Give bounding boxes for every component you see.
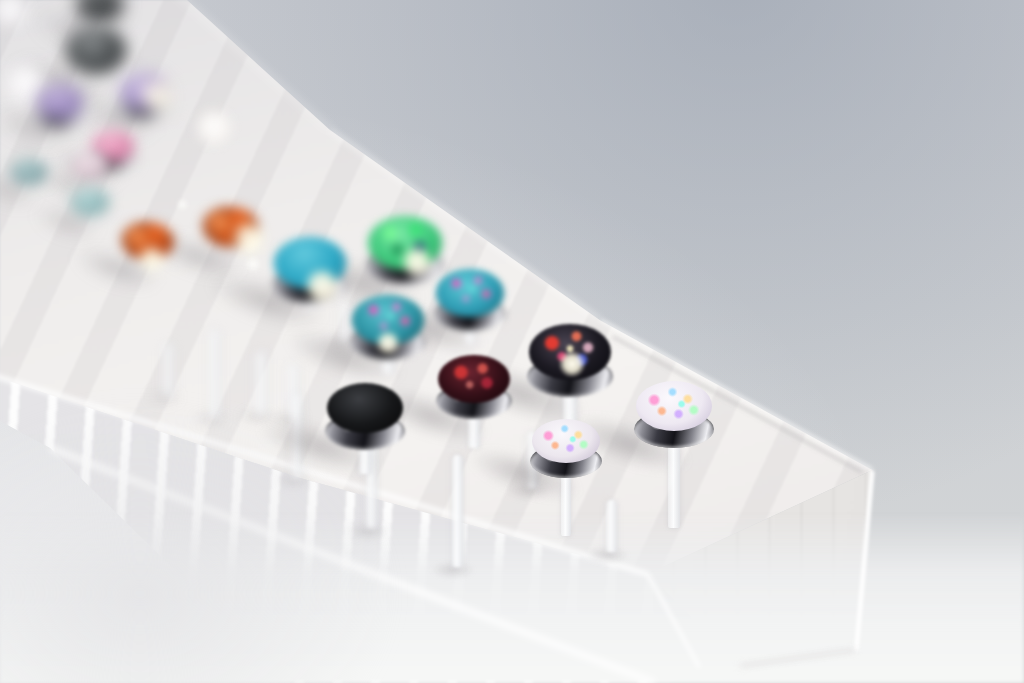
specular-glint [559, 351, 585, 377]
gem [71, 188, 109, 216]
specular-glint [401, 246, 433, 278]
gem [197, 111, 231, 145]
gem [327, 383, 403, 433]
gem [66, 26, 126, 74]
specular-glint [140, 79, 174, 113]
specular-glint [138, 245, 166, 273]
specular-glint [232, 221, 266, 255]
gem [37, 84, 83, 120]
gem [72, 151, 108, 178]
gem [636, 381, 712, 431]
gem [532, 419, 600, 462]
gem [438, 355, 510, 403]
gem [0, 0, 26, 26]
specular-glint [376, 331, 400, 355]
jewelry-macro-photo [0, 0, 1024, 683]
specular-glint [304, 268, 340, 304]
gem [436, 269, 504, 317]
